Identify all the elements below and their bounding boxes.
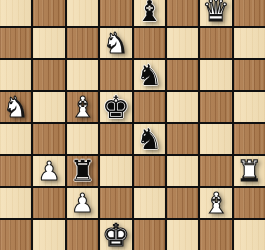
square-b4[interactable]: [33, 124, 64, 154]
square-e4[interactable]: ♞: [134, 124, 165, 154]
square-d3[interactable]: [100, 156, 131, 186]
square-c6[interactable]: [67, 60, 98, 90]
square-b5[interactable]: [33, 92, 64, 122]
square-f7[interactable]: [167, 28, 198, 58]
square-b2[interactable]: [33, 188, 64, 218]
square-c8[interactable]: [67, 0, 98, 26]
square-a8[interactable]: [0, 0, 31, 26]
square-e2[interactable]: [134, 188, 165, 218]
black-knight-piece[interactable]: ♞: [136, 61, 162, 90]
square-b8[interactable]: [33, 0, 64, 26]
white-rook-piece[interactable]: ♜: [236, 157, 262, 186]
square-h2[interactable]: [234, 188, 265, 218]
square-f3[interactable]: [167, 156, 198, 186]
square-g8[interactable]: ♛: [200, 0, 231, 26]
square-b7[interactable]: [33, 28, 64, 58]
square-f4[interactable]: [167, 124, 198, 154]
square-h3[interactable]: ♜: [234, 156, 265, 186]
square-a3[interactable]: [0, 156, 31, 186]
square-a4[interactable]: [0, 124, 31, 154]
square-h7[interactable]: [234, 28, 265, 58]
square-a6[interactable]: [0, 60, 31, 90]
square-f6[interactable]: [167, 60, 198, 90]
square-b1[interactable]: [33, 220, 64, 250]
square-g3[interactable]: [200, 156, 231, 186]
square-h8[interactable]: [234, 0, 265, 26]
square-d8[interactable]: [100, 0, 131, 26]
white-knight-piece[interactable]: ♞: [103, 29, 129, 58]
square-d2[interactable]: [100, 188, 131, 218]
square-h4[interactable]: [234, 124, 265, 154]
square-d1[interactable]: ♚: [100, 220, 131, 250]
square-g1[interactable]: [200, 220, 231, 250]
square-h1[interactable]: [234, 220, 265, 250]
square-e6[interactable]: ♞: [134, 60, 165, 90]
chess-board: ♝♛♞♞♞♝♚♞♟♜♜♟♝♚: [0, 0, 265, 250]
square-h5[interactable]: [234, 92, 265, 122]
square-f8[interactable]: [167, 0, 198, 26]
black-knight-piece[interactable]: ♞: [136, 125, 162, 154]
white-knight-piece[interactable]: ♞: [3, 93, 29, 122]
square-f5[interactable]: [167, 92, 198, 122]
square-d5[interactable]: ♚: [100, 92, 131, 122]
square-c5[interactable]: ♝: [67, 92, 98, 122]
square-a5[interactable]: ♞: [0, 92, 31, 122]
black-bishop-piece[interactable]: ♝: [136, 0, 162, 26]
square-g2[interactable]: ♝: [200, 188, 231, 218]
white-pawn-piece[interactable]: ♟: [71, 190, 94, 216]
square-e7[interactable]: [134, 28, 165, 58]
square-a2[interactable]: [0, 188, 31, 218]
square-c4[interactable]: [67, 124, 98, 154]
white-pawn-piece[interactable]: ♟: [37, 158, 60, 184]
square-a7[interactable]: [0, 28, 31, 58]
square-g5[interactable]: [200, 92, 231, 122]
square-e8[interactable]: ♝: [134, 0, 165, 26]
square-c3[interactable]: ♜: [67, 156, 98, 186]
white-bishop-piece[interactable]: ♝: [69, 93, 95, 122]
square-b3[interactable]: ♟: [33, 156, 64, 186]
square-d6[interactable]: [100, 60, 131, 90]
square-b6[interactable]: [33, 60, 64, 90]
square-d7[interactable]: ♞: [100, 28, 131, 58]
square-e1[interactable]: [134, 220, 165, 250]
square-f2[interactable]: [167, 188, 198, 218]
square-d4[interactable]: [100, 124, 131, 154]
square-g6[interactable]: [200, 60, 231, 90]
square-c2[interactable]: ♟: [67, 188, 98, 218]
square-f1[interactable]: [167, 220, 198, 250]
white-bishop-piece[interactable]: ♝: [203, 189, 229, 218]
square-e5[interactable]: [134, 92, 165, 122]
black-king-piece[interactable]: ♚: [102, 92, 130, 123]
white-king-piece[interactable]: ♚: [102, 220, 130, 250]
square-a1[interactable]: [0, 220, 31, 250]
square-g7[interactable]: [200, 28, 231, 58]
square-g4[interactable]: [200, 124, 231, 154]
white-queen-piece[interactable]: ♛: [202, 0, 230, 26]
square-h6[interactable]: [234, 60, 265, 90]
square-c1[interactable]: [67, 220, 98, 250]
black-rook-piece[interactable]: ♜: [69, 157, 95, 186]
square-e3[interactable]: [134, 156, 165, 186]
square-c7[interactable]: [67, 28, 98, 58]
